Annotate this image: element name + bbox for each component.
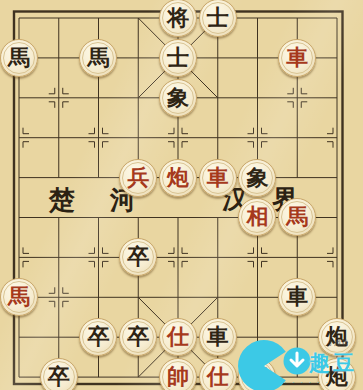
watermark-logo[interactable]: 趣豆 小游戏 · · · · · · <box>0 0 363 390</box>
watermark-small-text-bottom: · · · · · · <box>284 379 330 386</box>
watermark-app-name: 趣豆 <box>309 349 357 377</box>
xiangqi-board: 楚 河 汉 界 将士馬馬士車象兵炮車象相馬卒馬車卒卒仕車炮卒帥仕相炮 趣豆 小游… <box>0 0 363 390</box>
download-arrow-icon <box>284 348 311 375</box>
pacman-icon <box>238 340 286 390</box>
watermark-small-text-top: 小游戏 <box>327 338 348 348</box>
